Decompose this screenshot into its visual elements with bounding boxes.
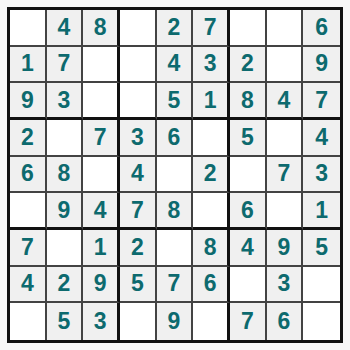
sudoku-cell-r9c5: 9 [157,303,194,340]
sudoku-cell-r2c6: 3 [193,47,230,84]
sudoku-cell-r3c4[interactable] [120,83,157,120]
sudoku-cell-r8c6: 6 [193,267,230,304]
sudoku-cell-r8c9[interactable] [303,267,340,304]
sudoku-cell-r7c2[interactable] [47,230,84,267]
sudoku-cell-r1c8[interactable] [267,10,304,47]
sudoku-cell-r7c4: 2 [120,230,157,267]
sudoku-cell-r4c1: 2 [10,120,47,157]
sudoku-cell-r8c7[interactable] [230,267,267,304]
sudoku-cell-r5c7[interactable] [230,157,267,194]
sudoku-cell-r1c9: 6 [303,10,340,47]
sudoku-cell-r1c1[interactable] [10,10,47,47]
sudoku-cell-r5c3[interactable] [83,157,120,194]
sudoku-cell-r8c2: 2 [47,267,84,304]
sudoku-cell-r1c2: 4 [47,10,84,47]
sudoku-cell-r9c6[interactable] [193,303,230,340]
sudoku-cell-r4c3: 7 [83,120,120,157]
sudoku-cell-r7c1: 7 [10,230,47,267]
sudoku-cell-r5c1: 6 [10,157,47,194]
sudoku-cell-r9c1[interactable] [10,303,47,340]
sudoku-cell-r3c6: 1 [193,83,230,120]
sudoku-cell-r7c6: 8 [193,230,230,267]
sudoku-cell-r6c6[interactable] [193,193,230,230]
sudoku-cell-r4c7: 5 [230,120,267,157]
sudoku-cell-r1c3: 8 [83,10,120,47]
sudoku-cell-r2c5: 4 [157,47,194,84]
sudoku-cell-r4c5: 6 [157,120,194,157]
sudoku-cell-r4c8[interactable] [267,120,304,157]
sudoku-cell-r4c4: 3 [120,120,157,157]
sudoku-cell-r4c9: 4 [303,120,340,157]
sudoku-cell-r4c6[interactable] [193,120,230,157]
sudoku-cell-r9c4[interactable] [120,303,157,340]
sudoku-cell-r9c9[interactable] [303,303,340,340]
sudoku-cell-r5c9: 3 [303,157,340,194]
sudoku-cell-r1c7[interactable] [230,10,267,47]
sudoku-cell-r1c6: 7 [193,10,230,47]
sudoku-cell-r8c5: 7 [157,267,194,304]
sudoku-cell-r1c4[interactable] [120,10,157,47]
sudoku-cell-r9c3: 3 [83,303,120,340]
sudoku-cell-r7c8: 9 [267,230,304,267]
sudoku-board-frame: 4827617432993518472736546842739478617128… [7,7,343,343]
sudoku-cell-r6c9: 1 [303,193,340,230]
sudoku-cell-r5c8: 7 [267,157,304,194]
sudoku-cell-r2c8[interactable] [267,47,304,84]
sudoku-cell-r2c9: 9 [303,47,340,84]
sudoku-cell-r3c7: 8 [230,83,267,120]
sudoku-cell-r8c4: 5 [120,267,157,304]
sudoku-cell-r8c8: 3 [267,267,304,304]
sudoku-cell-r2c7: 2 [230,47,267,84]
sudoku-cell-r1c5: 2 [157,10,194,47]
sudoku-cell-r3c1: 9 [10,83,47,120]
sudoku-cell-r7c9: 5 [303,230,340,267]
sudoku-cell-r2c2: 7 [47,47,84,84]
sudoku-cell-r7c7: 4 [230,230,267,267]
sudoku-cell-r9c2: 5 [47,303,84,340]
sudoku-cell-r3c5: 5 [157,83,194,120]
sudoku-cell-r6c3: 4 [83,193,120,230]
sudoku-cell-r5c4: 4 [120,157,157,194]
sudoku-board: 4827617432993518472736546842739478617128… [10,10,340,340]
sudoku-cell-r2c4[interactable] [120,47,157,84]
sudoku-cell-r7c5[interactable] [157,230,194,267]
sudoku-cell-r6c2: 9 [47,193,84,230]
sudoku-cell-r5c2: 8 [47,157,84,194]
sudoku-cell-r6c8[interactable] [267,193,304,230]
sudoku-cell-r3c2: 3 [47,83,84,120]
sudoku-cell-r9c7: 7 [230,303,267,340]
sudoku-cell-r4c2[interactable] [47,120,84,157]
sudoku-cell-r8c3: 9 [83,267,120,304]
sudoku-cell-r3c9: 7 [303,83,340,120]
sudoku-cell-r2c1: 1 [10,47,47,84]
sudoku-cell-r2c3[interactable] [83,47,120,84]
sudoku-cell-r3c8: 4 [267,83,304,120]
sudoku-cell-r7c3: 1 [83,230,120,267]
sudoku-cell-r5c6: 2 [193,157,230,194]
sudoku-cell-r6c7: 6 [230,193,267,230]
sudoku-cell-r6c1[interactable] [10,193,47,230]
sudoku-cell-r6c5: 8 [157,193,194,230]
sudoku-cell-r9c8: 6 [267,303,304,340]
sudoku-cell-r3c3[interactable] [83,83,120,120]
sudoku-cell-r8c1: 4 [10,267,47,304]
sudoku-cell-r6c4: 7 [120,193,157,230]
sudoku-cell-r5c5[interactable] [157,157,194,194]
